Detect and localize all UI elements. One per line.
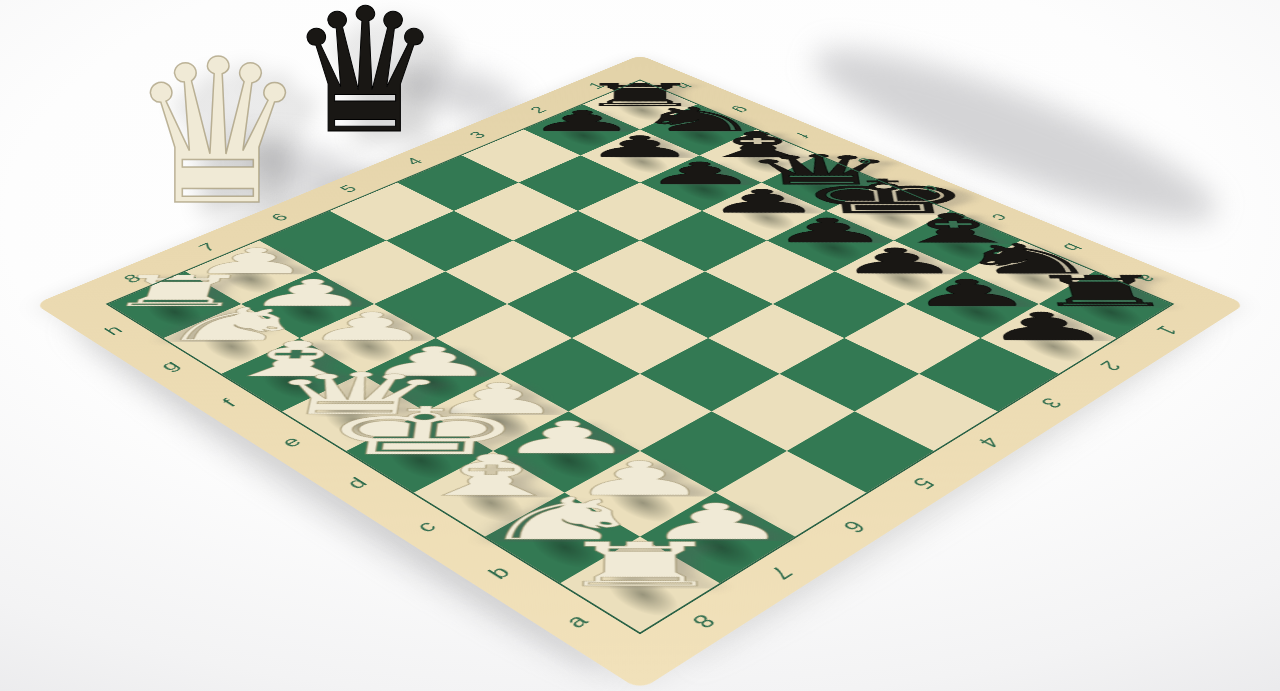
file-label-d-near: d xyxy=(342,474,371,491)
piece-contact-shadow xyxy=(456,397,541,444)
square-b4[interactable] xyxy=(780,338,920,411)
photo-stage: ♛ ♛ ♜♞♝♛♚♝♞♜♟♟♟♟♟♟♟♟♟♟♟♟♟♟♟♟♜♞♝♛♚♝♞♜ 11h… xyxy=(0,0,1280,691)
piece-contact-shadow xyxy=(378,436,465,485)
pawn-icon: ♟ xyxy=(975,307,1118,346)
rook-icon: ♜ xyxy=(549,534,731,595)
file-label-h-near: h xyxy=(101,323,126,337)
square-e7[interactable]: ♟ xyxy=(361,338,501,411)
piece-contact-shadow xyxy=(519,520,612,575)
square-d6[interactable] xyxy=(500,338,640,411)
square-d7[interactable]: ♟ xyxy=(425,373,568,450)
square-c4[interactable] xyxy=(708,304,844,374)
piece-contact-shadow xyxy=(313,397,397,444)
rank-label-5-right: 5 xyxy=(908,474,939,491)
bishop-icon: ♝ xyxy=(398,447,580,504)
square-b7[interactable]: ♟ xyxy=(565,450,716,536)
rank-label-1-right: 1 xyxy=(1152,323,1180,337)
rank-label-3-right: 3 xyxy=(1036,395,1065,410)
rank-label-6-right: 6 xyxy=(838,517,869,535)
file-label-e-near: e xyxy=(277,433,305,449)
square-e8[interactable]: ♛ xyxy=(282,373,425,450)
square-d5[interactable] xyxy=(572,304,708,374)
king-icon: ♚ xyxy=(310,398,530,464)
square-b3[interactable] xyxy=(844,304,980,374)
file-label-b-near: b xyxy=(484,563,515,582)
square-d8[interactable]: ♚ xyxy=(346,411,493,492)
chessboard-grid: ♜♞♝♛♚♝♞♜♟♟♟♟♟♟♟♟♟♟♟♟♟♟♟♟♜♞♝♛♚♝♞♜ xyxy=(640,55,1245,304)
square-b5[interactable] xyxy=(712,373,855,450)
file-label-a-near: a xyxy=(561,611,593,631)
square-c6[interactable] xyxy=(568,373,711,450)
square-a3[interactable] xyxy=(919,338,1059,411)
square-f8[interactable]: ♝ xyxy=(221,338,361,411)
rank-label-2-right: 2 xyxy=(1096,358,1125,372)
square-c5[interactable] xyxy=(640,338,780,411)
piece-contact-shadow xyxy=(447,477,537,529)
square-a7[interactable]: ♟ xyxy=(640,492,795,582)
square-a2[interactable]: ♟ xyxy=(980,304,1116,374)
piece-contact-shadow xyxy=(674,520,768,575)
pawn-icon: ♟ xyxy=(566,455,714,502)
piece-contact-shadow xyxy=(525,436,613,485)
square-a8[interactable]: ♜ xyxy=(560,536,719,632)
knight-icon: ♞ xyxy=(471,489,652,548)
file-label-g-near: g xyxy=(157,358,183,372)
piece-contact-shadow xyxy=(598,477,689,529)
square-b6[interactable] xyxy=(640,411,787,492)
rank-label-7-right: 7 xyxy=(765,563,797,582)
square-a4[interactable] xyxy=(855,373,998,450)
square-b8[interactable]: ♞ xyxy=(485,492,640,582)
chessboard-mat: ♜♞♝♛♚♝♞♜♟♟♟♟♟♟♟♟♟♟♟♟♟♟♟♟♜♞♝♛♚♝♞♜ 11hh22g… xyxy=(35,55,1246,690)
pawn-icon: ♟ xyxy=(494,415,639,460)
rank-label-3-left: 3 xyxy=(466,130,489,140)
pawn-icon: ♟ xyxy=(426,377,569,420)
rank-label-8-right: 8 xyxy=(687,611,720,631)
file-label-c-near: c xyxy=(412,518,441,535)
file-label-f-near: f xyxy=(218,396,239,408)
bishop-icon: ♝ xyxy=(206,335,381,384)
piece-contact-shadow xyxy=(1011,325,1096,367)
board-scene: ♜♞♝♛♚♝♞♜♟♟♟♟♟♟♟♟♟♟♟♟♟♟♟♟♜♞♝♛♚♝♞♜ 11hh22g… xyxy=(0,0,1280,691)
square-a6[interactable] xyxy=(715,450,866,536)
rank-label-5-left: 5 xyxy=(337,183,361,194)
square-a5[interactable] xyxy=(787,411,934,492)
square-c7[interactable]: ♟ xyxy=(493,411,640,492)
square-c8[interactable]: ♝ xyxy=(414,450,565,536)
pawn-icon: ♟ xyxy=(642,496,795,546)
rank-label-4-left: 4 xyxy=(403,156,426,167)
rank-label-4-right: 4 xyxy=(974,433,1004,449)
rank-label-6-left: 6 xyxy=(268,211,292,223)
piece-contact-shadow xyxy=(595,565,691,623)
